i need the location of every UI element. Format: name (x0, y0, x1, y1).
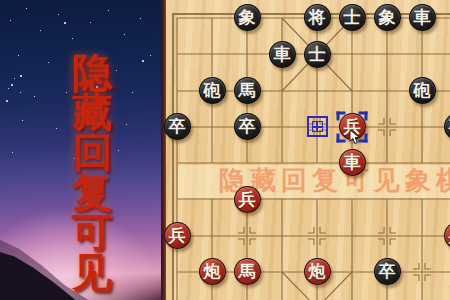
promo-vertical-text: 隐 藏 回 复 可 见 (72, 52, 112, 292)
board-cell: 車 (335, 145, 370, 181)
red-soldier-piece[interactable]: 兵 (339, 113, 366, 140)
board-cell: 炮 (195, 254, 230, 290)
promo-char: 藏 (72, 92, 112, 132)
black-soldier-piece[interactable]: 卒 (374, 258, 401, 285)
piece-glyph: 馬 (239, 263, 256, 280)
board-cell: 砲 (195, 72, 230, 108)
black-cannon-piece[interactable]: 砲 (199, 77, 226, 104)
board-cell: 兵 (160, 217, 195, 253)
board-cell: 馬 (230, 72, 265, 108)
board-cell: 卒 (160, 109, 195, 145)
promo-char: 隐 (72, 52, 112, 92)
move-from-cell (300, 109, 335, 145)
piece-glyph: 車 (414, 9, 431, 26)
black-advisor-piece[interactable]: 士 (304, 41, 331, 68)
promo-panel: 隐 藏 回 复 可 见 (0, 0, 161, 300)
board-cell: 士 (335, 0, 370, 36)
piece-glyph: 士 (309, 46, 326, 63)
piece-glyph: 炮 (204, 263, 221, 280)
promo-char: 见 (72, 252, 112, 292)
black-soldier-piece[interactable]: 卒 (164, 113, 191, 140)
board-cell: 象 (230, 0, 265, 36)
board-cell: 士 (300, 36, 335, 72)
red-cannon-piece[interactable]: 炮 (199, 258, 226, 285)
board-panel: 隐藏回复可见象棋 象将士象車車士砲馬砲卒卒卒兵車兵兵兵炮馬炮卒 (161, 0, 450, 300)
board-cell: 炮 (300, 254, 335, 290)
piece-glyph: 砲 (414, 82, 431, 99)
board-cell: 兵 (335, 109, 370, 145)
piece-glyph: 卒 (169, 118, 186, 135)
black-horse-piece[interactable]: 馬 (234, 77, 261, 104)
piece-glyph: 卒 (379, 263, 396, 280)
board-cell: 車 (405, 0, 440, 36)
move-from-marker-inner (312, 121, 323, 132)
red-soldier-piece[interactable]: 兵 (164, 222, 191, 249)
black-general-piece[interactable]: 将 (304, 4, 331, 31)
black-soldier-piece[interactable]: 卒 (234, 113, 261, 140)
promo-char: 可 (72, 212, 112, 252)
piece-glyph: 兵 (344, 118, 361, 135)
red-cannon-piece[interactable]: 炮 (304, 258, 331, 285)
piece-glyph: 象 (379, 9, 396, 26)
black-chariot-piece[interactable]: 車 (409, 4, 436, 31)
red-soldier-piece[interactable]: 兵 (234, 186, 261, 213)
piece-glyph: 象 (239, 9, 256, 26)
piece-glyph: 卒 (239, 118, 256, 135)
move-from-marker (307, 116, 328, 137)
piece-glyph: 砲 (204, 82, 221, 99)
board[interactable]: 象将士象車車士砲馬砲卒卒卒兵車兵兵兵炮馬炮卒 (160, 0, 450, 300)
board-cell: 象 (370, 0, 405, 36)
black-cannon-piece[interactable]: 砲 (409, 77, 436, 104)
board-cell: 車 (265, 36, 300, 72)
piece-glyph: 車 (274, 46, 291, 63)
black-elephant-piece[interactable]: 象 (374, 4, 401, 31)
red-soldier-piece[interactable]: 兵 (444, 222, 450, 249)
piece-glyph: 馬 (239, 82, 256, 99)
board-cell: 卒 (370, 254, 405, 290)
bright-stars-decoration (0, 0, 2, 2)
board-cell: 砲 (405, 72, 440, 108)
piece-glyph: 車 (344, 154, 361, 171)
piece-glyph: 炮 (309, 263, 326, 280)
black-elephant-piece[interactable]: 象 (234, 4, 261, 31)
piece-glyph: 士 (344, 9, 361, 26)
red-chariot-piece[interactable]: 車 (339, 149, 366, 176)
board-cell: 馬 (230, 254, 265, 290)
board-cell: 将 (300, 0, 335, 36)
xiangqi-game-screenshot: 隐 藏 回 复 可 见 隐藏回复可见象棋 象将士象車車士砲馬砲卒卒卒兵車兵兵兵炮… (0, 0, 450, 300)
piece-glyph: 将 (309, 9, 326, 26)
board-cell: 兵 (230, 181, 265, 217)
piece-glyph: 兵 (239, 191, 256, 208)
red-horse-piece[interactable]: 馬 (234, 258, 261, 285)
piece-glyph: 兵 (169, 227, 186, 244)
board-cell: 卒 (440, 109, 450, 145)
black-advisor-piece[interactable]: 士 (339, 4, 366, 31)
promo-char: 回 (72, 132, 112, 172)
black-chariot-piece[interactable]: 車 (269, 41, 296, 68)
board-cell: 卒 (230, 109, 265, 145)
black-soldier-piece[interactable]: 卒 (444, 113, 450, 140)
board-cell: 兵 (440, 217, 450, 253)
promo-char: 复 (72, 172, 112, 212)
